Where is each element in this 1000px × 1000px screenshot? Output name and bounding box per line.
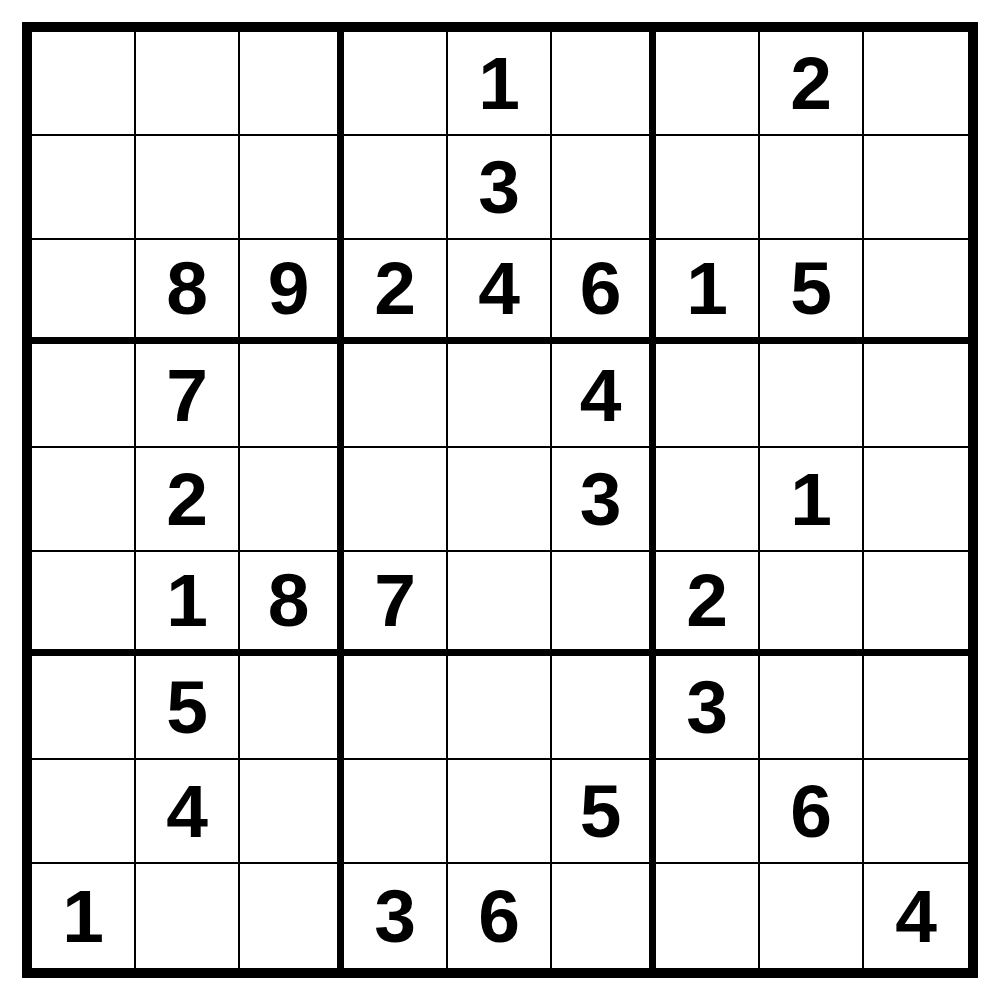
cell-r9c9: 4: [864, 864, 968, 968]
given-digit: 7: [374, 563, 416, 638]
cell-r1c7[interactable]: [656, 32, 760, 136]
given-digit: 6: [580, 251, 622, 326]
given-digit: 2: [374, 251, 416, 326]
cell-r2c2[interactable]: [136, 136, 240, 240]
cell-r6c5[interactable]: [448, 552, 552, 656]
cell-r5c8: 1: [760, 448, 864, 552]
given-digit: 1: [62, 879, 104, 954]
cell-r6c4: 7: [344, 552, 448, 656]
cell-r1c3[interactable]: [240, 32, 344, 136]
given-digit: 4: [895, 879, 937, 954]
cell-r6c9[interactable]: [864, 552, 968, 656]
cell-r6c8[interactable]: [760, 552, 864, 656]
cell-r2c8[interactable]: [760, 136, 864, 240]
cell-r8c3[interactable]: [240, 760, 344, 864]
cell-r2c7[interactable]: [656, 136, 760, 240]
cell-r8c8: 6: [760, 760, 864, 864]
cell-r5c2: 2: [136, 448, 240, 552]
cell-r9c5: 6: [448, 864, 552, 968]
cell-r8c2: 4: [136, 760, 240, 864]
cell-r4c6: 4: [552, 344, 656, 448]
cell-r2c6[interactable]: [552, 136, 656, 240]
cell-r3c8: 5: [760, 240, 864, 344]
cell-r8c6: 5: [552, 760, 656, 864]
page: 1238924615742311872534561364: [0, 0, 1000, 1000]
cell-r4c2: 7: [136, 344, 240, 448]
cell-r7c5[interactable]: [448, 656, 552, 760]
cell-r7c1[interactable]: [32, 656, 136, 760]
cell-r8c7[interactable]: [656, 760, 760, 864]
cell-r3c4: 2: [344, 240, 448, 344]
cell-r3c3: 9: [240, 240, 344, 344]
given-digit: 6: [478, 879, 520, 954]
given-digit: 7: [166, 358, 208, 433]
given-digit: 4: [580, 358, 622, 433]
given-digit: 2: [166, 462, 208, 537]
given-digit: 3: [686, 670, 728, 745]
given-digit: 1: [790, 462, 832, 537]
cell-r1c5: 1: [448, 32, 552, 136]
cell-r9c6[interactable]: [552, 864, 656, 968]
cell-r1c4[interactable]: [344, 32, 448, 136]
cell-r4c1[interactable]: [32, 344, 136, 448]
cell-r2c4[interactable]: [344, 136, 448, 240]
cell-r4c7[interactable]: [656, 344, 760, 448]
cell-r6c3: 8: [240, 552, 344, 656]
given-digit: 1: [478, 46, 520, 121]
given-digit: 1: [166, 563, 208, 638]
cell-r7c6[interactable]: [552, 656, 656, 760]
cell-r2c9[interactable]: [864, 136, 968, 240]
cell-r3c1[interactable]: [32, 240, 136, 344]
cell-r4c8[interactable]: [760, 344, 864, 448]
cell-r9c4: 3: [344, 864, 448, 968]
cell-r5c1[interactable]: [32, 448, 136, 552]
cell-r4c5[interactable]: [448, 344, 552, 448]
cell-r5c4[interactable]: [344, 448, 448, 552]
cell-r8c1[interactable]: [32, 760, 136, 864]
cell-r9c8[interactable]: [760, 864, 864, 968]
cell-r3c5: 4: [448, 240, 552, 344]
given-digit: 3: [478, 150, 520, 225]
cell-r1c6[interactable]: [552, 32, 656, 136]
cell-r7c7: 3: [656, 656, 760, 760]
cell-r2c1[interactable]: [32, 136, 136, 240]
given-digit: 5: [580, 774, 622, 849]
cell-r2c5: 3: [448, 136, 552, 240]
cell-r5c5[interactable]: [448, 448, 552, 552]
cell-r5c6: 3: [552, 448, 656, 552]
cell-r1c1[interactable]: [32, 32, 136, 136]
given-digit: 2: [686, 563, 728, 638]
cell-r4c3[interactable]: [240, 344, 344, 448]
given-digit: 1: [686, 251, 728, 326]
cell-r9c1: 1: [32, 864, 136, 968]
cell-r2c3[interactable]: [240, 136, 344, 240]
cell-r1c8: 2: [760, 32, 864, 136]
cell-r8c9[interactable]: [864, 760, 968, 864]
cell-r9c7[interactable]: [656, 864, 760, 968]
given-digit: 9: [268, 251, 310, 326]
cell-r5c7[interactable]: [656, 448, 760, 552]
cell-r6c7: 2: [656, 552, 760, 656]
given-digit: 6: [790, 774, 832, 849]
cell-r6c6[interactable]: [552, 552, 656, 656]
given-digit: 3: [580, 462, 622, 537]
cell-r4c9[interactable]: [864, 344, 968, 448]
cell-r4c4[interactable]: [344, 344, 448, 448]
cell-r8c5[interactable]: [448, 760, 552, 864]
cell-r3c6: 6: [552, 240, 656, 344]
given-digit: 2: [790, 46, 832, 121]
cell-r7c9[interactable]: [864, 656, 968, 760]
cell-r9c2[interactable]: [136, 864, 240, 968]
cell-r1c9[interactable]: [864, 32, 968, 136]
given-digit: 5: [790, 251, 832, 326]
cell-r3c7: 1: [656, 240, 760, 344]
cell-r5c9[interactable]: [864, 448, 968, 552]
cell-r6c1[interactable]: [32, 552, 136, 656]
given-digit: 4: [166, 774, 208, 849]
given-digit: 4: [478, 251, 520, 326]
cell-r5c3[interactable]: [240, 448, 344, 552]
cell-r1c2[interactable]: [136, 32, 240, 136]
cell-r3c9[interactable]: [864, 240, 968, 344]
cell-r7c3[interactable]: [240, 656, 344, 760]
sudoku-board: 1238924615742311872534561364: [22, 22, 978, 978]
given-digit: 5: [166, 670, 208, 745]
cell-r7c4[interactable]: [344, 656, 448, 760]
cell-r7c8[interactable]: [760, 656, 864, 760]
cell-r9c3[interactable]: [240, 864, 344, 968]
given-digit: 8: [268, 563, 310, 638]
given-digit: 3: [374, 879, 416, 954]
given-digit: 8: [166, 251, 208, 326]
cell-r7c2: 5: [136, 656, 240, 760]
cell-r8c4[interactable]: [344, 760, 448, 864]
cell-r6c2: 1: [136, 552, 240, 656]
cell-r3c2: 8: [136, 240, 240, 344]
